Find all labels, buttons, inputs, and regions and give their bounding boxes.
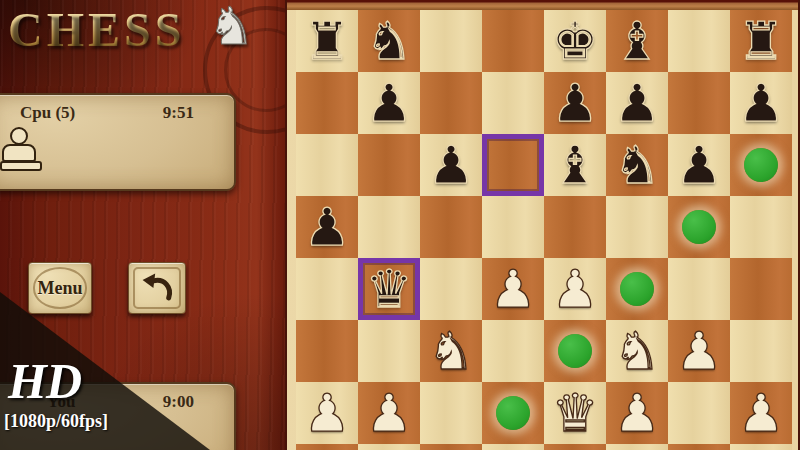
piece-bk-e8: ♚	[552, 15, 599, 67]
piece-bb-e6: ♝	[552, 139, 599, 191]
square-f7[interactable]: ♟	[606, 72, 668, 134]
cpu-player-clock: 9:51	[163, 103, 194, 123]
piece-wp-g3: ♟	[676, 325, 723, 377]
square-c3[interactable]: ♞	[420, 320, 482, 382]
piece-br-h8: ♜	[738, 15, 785, 67]
square-g4[interactable]	[668, 258, 730, 320]
square-f4[interactable]	[606, 258, 668, 320]
hd-badge: HD	[8, 352, 81, 410]
player-icon-head	[10, 127, 28, 145]
square-c4[interactable]	[420, 258, 482, 320]
app-title: CHESS	[8, 2, 185, 57]
piece-bp-h7: ♟	[738, 77, 785, 129]
cpu-player-name: Cpu (5)	[20, 103, 75, 123]
square-g1[interactable]	[668, 444, 730, 450]
square-d4[interactable]: ♟	[482, 258, 544, 320]
player-icon-body	[2, 144, 36, 162]
square-g5[interactable]	[668, 196, 730, 258]
board-frame-top-edge	[287, 0, 798, 10]
square-c5[interactable]	[420, 196, 482, 258]
square-a8[interactable]: ♜	[296, 10, 358, 72]
square-d2[interactable]	[482, 382, 544, 444]
square-c6[interactable]: ♟	[420, 134, 482, 196]
piece-wp-f2: ♟	[614, 387, 661, 439]
piece-wp-e4: ♟	[552, 263, 599, 315]
square-b4[interactable]: ♛	[358, 258, 420, 320]
square-e3[interactable]	[544, 320, 606, 382]
square-a6[interactable]	[296, 134, 358, 196]
undo-arrow-icon	[139, 272, 175, 304]
square-h6[interactable]	[730, 134, 792, 196]
chess-board: ♜♞♚♝♜♟♟♟♟♟♝♞♟♟♛♟♟♞♞♟♟♟♛♟♟	[296, 10, 792, 450]
square-c8[interactable]	[420, 10, 482, 72]
square-e1[interactable]	[544, 444, 606, 450]
resolution-badge: [1080p/60fps]	[4, 411, 108, 432]
piece-bn-f6: ♞	[614, 139, 661, 191]
knight-logo-icon: ♞	[208, 0, 255, 56]
square-h3[interactable]	[730, 320, 792, 382]
square-g3[interactable]: ♟	[668, 320, 730, 382]
legal-move-dot-f4	[620, 272, 654, 306]
menu-button-label: Menu	[29, 263, 91, 313]
square-h2[interactable]: ♟	[730, 382, 792, 444]
piece-bp-f7: ♟	[614, 77, 661, 129]
square-e7[interactable]: ♟	[544, 72, 606, 134]
square-b7[interactable]: ♟	[358, 72, 420, 134]
piece-wp-h2: ♟	[738, 387, 785, 439]
piece-bp-b7: ♟	[366, 77, 413, 129]
square-b2[interactable]: ♟	[358, 382, 420, 444]
square-f8[interactable]: ♝	[606, 10, 668, 72]
square-a3[interactable]	[296, 320, 358, 382]
square-d1[interactable]	[482, 444, 544, 450]
cpu-player-panel: Cpu (5) 9:51	[0, 93, 236, 191]
menu-button[interactable]: Menu	[28, 262, 92, 314]
piece-bq-b4: ♛	[366, 263, 413, 315]
piece-bp-c6: ♟	[428, 139, 475, 191]
square-b8[interactable]: ♞	[358, 10, 420, 72]
square-h8[interactable]: ♜	[730, 10, 792, 72]
piece-br-a8: ♜	[304, 15, 351, 67]
piece-bp-g6: ♟	[676, 139, 723, 191]
square-f6[interactable]: ♞	[606, 134, 668, 196]
square-a1[interactable]	[296, 444, 358, 450]
square-g8[interactable]	[668, 10, 730, 72]
square-c1[interactable]	[420, 444, 482, 450]
square-g7[interactable]	[668, 72, 730, 134]
you-player-clock: 9:00	[163, 392, 194, 412]
square-b5[interactable]	[358, 196, 420, 258]
player-icon-base	[0, 161, 42, 171]
piece-bp-a5: ♟	[304, 201, 351, 253]
square-a2[interactable]: ♟	[296, 382, 358, 444]
square-e6[interactable]: ♝	[544, 134, 606, 196]
square-b3[interactable]	[358, 320, 420, 382]
piece-wn-c3: ♞	[428, 325, 475, 377]
square-h7[interactable]: ♟	[730, 72, 792, 134]
square-g6[interactable]: ♟	[668, 134, 730, 196]
square-h5[interactable]	[730, 196, 792, 258]
square-f5[interactable]	[606, 196, 668, 258]
app-window: CHESS ♞ Cpu (5) 9:51 Menu You 9:00	[0, 0, 800, 450]
square-c7[interactable]	[420, 72, 482, 134]
square-d8[interactable]	[482, 10, 544, 72]
legal-move-dot-g5	[682, 210, 716, 244]
player-icon	[0, 127, 40, 173]
square-a4[interactable]	[296, 258, 358, 320]
square-d5[interactable]	[482, 196, 544, 258]
square-f2[interactable]: ♟	[606, 382, 668, 444]
square-e5[interactable]	[544, 196, 606, 258]
piece-bn-b8: ♞	[366, 15, 413, 67]
square-d3[interactable]	[482, 320, 544, 382]
square-h4[interactable]	[730, 258, 792, 320]
piece-bp-e7: ♟	[552, 77, 599, 129]
piece-wp-b2: ♟	[366, 387, 413, 439]
piece-bb-f8: ♝	[614, 15, 661, 67]
square-g2[interactable]	[668, 382, 730, 444]
piece-wp-d4: ♟	[490, 263, 537, 315]
piece-wq-e2: ♛	[552, 387, 599, 439]
square-c2[interactable]	[420, 382, 482, 444]
legal-move-dot-h6	[744, 148, 778, 182]
square-e8[interactable]: ♚	[544, 10, 606, 72]
square-b6[interactable]	[358, 134, 420, 196]
square-a7[interactable]	[296, 72, 358, 134]
square-h1[interactable]	[730, 444, 792, 450]
piece-wn-f3: ♞	[614, 325, 661, 377]
square-e2[interactable]: ♛	[544, 382, 606, 444]
square-b1[interactable]	[358, 444, 420, 450]
undo-button[interactable]	[128, 262, 186, 314]
legal-move-dot-e3	[558, 334, 592, 368]
square-e4[interactable]: ♟	[544, 258, 606, 320]
square-f1[interactable]	[606, 444, 668, 450]
square-a5[interactable]: ♟	[296, 196, 358, 258]
square-d6[interactable]	[482, 134, 544, 196]
square-f3[interactable]: ♞	[606, 320, 668, 382]
piece-wp-a2: ♟	[304, 387, 351, 439]
chess-board-frame: ♜♞♚♝♜♟♟♟♟♟♝♞♟♟♛♟♟♞♞♟♟♟♛♟♟	[285, 0, 800, 450]
square-d7[interactable]	[482, 72, 544, 134]
legal-move-dot-d2	[496, 396, 530, 430]
